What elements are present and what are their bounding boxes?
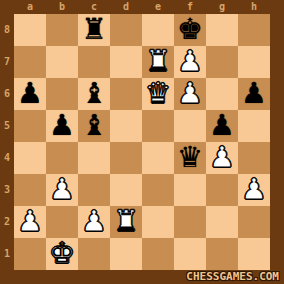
square-b8[interactable] xyxy=(46,14,78,46)
square-f8[interactable]: ♚ xyxy=(174,14,206,46)
branding-watermark[interactable]: CHESSGAMES.COM xyxy=(186,270,279,283)
square-b5[interactable]: ♟ xyxy=(46,110,78,142)
square-f4[interactable]: ♛ xyxy=(174,142,206,174)
square-e3[interactable] xyxy=(142,174,174,206)
square-h4[interactable] xyxy=(238,142,270,174)
file-label-b: b xyxy=(46,0,78,14)
rank-label-2: 2 xyxy=(0,206,14,238)
square-f5[interactable] xyxy=(174,110,206,142)
square-c1[interactable] xyxy=(78,238,110,270)
white-pawn[interactable]: ♟ xyxy=(78,206,110,238)
square-f7[interactable]: ♟ xyxy=(174,46,206,78)
file-label-d: d xyxy=(110,0,142,14)
square-e5[interactable] xyxy=(142,110,174,142)
black-pawn[interactable]: ♟ xyxy=(206,110,238,142)
square-g4[interactable]: ♟ xyxy=(206,142,238,174)
file-labels: abcdefgh xyxy=(14,0,270,14)
square-f3[interactable] xyxy=(174,174,206,206)
file-label-e: e xyxy=(142,0,174,14)
square-b1[interactable]: ♚ xyxy=(46,238,78,270)
square-b3[interactable]: ♟ xyxy=(46,174,78,206)
white-rook[interactable]: ♜ xyxy=(142,46,174,78)
file-label-h: h xyxy=(238,0,270,14)
square-h6[interactable]: ♟ xyxy=(238,78,270,110)
square-g8[interactable] xyxy=(206,14,238,46)
square-f1[interactable] xyxy=(174,238,206,270)
square-a5[interactable] xyxy=(14,110,46,142)
black-queen[interactable]: ♛ xyxy=(174,142,206,174)
chess-diagram: abcdefgh 87654321 ♜♚♜♟♟♝♛♟♟♟♝♟♛♟♟♟♟♟♜♚ C… xyxy=(0,0,284,284)
square-d6[interactable] xyxy=(110,78,142,110)
square-c3[interactable] xyxy=(78,174,110,206)
square-b6[interactable] xyxy=(46,78,78,110)
black-king[interactable]: ♚ xyxy=(174,14,206,46)
rank-label-4: 4 xyxy=(0,142,14,174)
file-label-g: g xyxy=(206,0,238,14)
square-h3[interactable]: ♟ xyxy=(238,174,270,206)
square-d1[interactable] xyxy=(110,238,142,270)
square-g7[interactable] xyxy=(206,46,238,78)
rank-labels: 87654321 xyxy=(0,14,14,270)
square-d2[interactable]: ♜ xyxy=(110,206,142,238)
square-c2[interactable]: ♟ xyxy=(78,206,110,238)
square-g6[interactable] xyxy=(206,78,238,110)
white-pawn[interactable]: ♟ xyxy=(238,174,270,206)
rank-label-1: 1 xyxy=(0,238,14,270)
square-c6[interactable]: ♝ xyxy=(78,78,110,110)
square-b7[interactable] xyxy=(46,46,78,78)
white-pawn[interactable]: ♟ xyxy=(46,174,78,206)
square-c7[interactable] xyxy=(78,46,110,78)
square-d3[interactable] xyxy=(110,174,142,206)
square-a4[interactable] xyxy=(14,142,46,174)
rank-label-8: 8 xyxy=(0,14,14,46)
square-c4[interactable] xyxy=(78,142,110,174)
square-d7[interactable] xyxy=(110,46,142,78)
square-a6[interactable]: ♟ xyxy=(14,78,46,110)
square-f2[interactable] xyxy=(174,206,206,238)
black-pawn[interactable]: ♟ xyxy=(14,78,46,110)
square-h7[interactable] xyxy=(238,46,270,78)
square-d5[interactable] xyxy=(110,110,142,142)
square-e1[interactable] xyxy=(142,238,174,270)
square-h2[interactable] xyxy=(238,206,270,238)
square-h8[interactable] xyxy=(238,14,270,46)
square-e7[interactable]: ♜ xyxy=(142,46,174,78)
square-c8[interactable]: ♜ xyxy=(78,14,110,46)
rank-label-7: 7 xyxy=(0,46,14,78)
white-king[interactable]: ♚ xyxy=(46,238,78,270)
black-rook[interactable]: ♜ xyxy=(78,14,110,46)
white-pawn[interactable]: ♟ xyxy=(174,78,206,110)
black-bishop[interactable]: ♝ xyxy=(78,78,110,110)
white-pawn[interactable]: ♟ xyxy=(174,46,206,78)
square-a2[interactable]: ♟ xyxy=(14,206,46,238)
square-b2[interactable] xyxy=(46,206,78,238)
square-e8[interactable] xyxy=(142,14,174,46)
square-h1[interactable] xyxy=(238,238,270,270)
rank-label-6: 6 xyxy=(0,78,14,110)
black-pawn[interactable]: ♟ xyxy=(46,110,78,142)
square-g3[interactable] xyxy=(206,174,238,206)
square-g1[interactable] xyxy=(206,238,238,270)
square-c5[interactable]: ♝ xyxy=(78,110,110,142)
square-e4[interactable] xyxy=(142,142,174,174)
white-rook[interactable]: ♜ xyxy=(110,206,142,238)
white-pawn[interactable]: ♟ xyxy=(206,142,238,174)
rank-label-3: 3 xyxy=(0,174,14,206)
square-a8[interactable] xyxy=(14,14,46,46)
square-a1[interactable] xyxy=(14,238,46,270)
square-d8[interactable] xyxy=(110,14,142,46)
black-pawn[interactable]: ♟ xyxy=(238,78,270,110)
file-label-a: a xyxy=(14,0,46,14)
square-a7[interactable] xyxy=(14,46,46,78)
square-e6[interactable]: ♛ xyxy=(142,78,174,110)
square-e2[interactable] xyxy=(142,206,174,238)
white-queen[interactable]: ♛ xyxy=(142,78,174,110)
square-g2[interactable] xyxy=(206,206,238,238)
black-bishop[interactable]: ♝ xyxy=(78,110,110,142)
square-a3[interactable] xyxy=(14,174,46,206)
white-pawn[interactable]: ♟ xyxy=(14,206,46,238)
square-d4[interactable] xyxy=(110,142,142,174)
square-h5[interactable] xyxy=(238,110,270,142)
square-b4[interactable] xyxy=(46,142,78,174)
rank-label-5: 5 xyxy=(0,110,14,142)
square-g5[interactable]: ♟ xyxy=(206,110,238,142)
square-f6[interactable]: ♟ xyxy=(174,78,206,110)
chess-board: ♜♚♜♟♟♝♛♟♟♟♝♟♛♟♟♟♟♟♜♚ xyxy=(14,14,270,270)
